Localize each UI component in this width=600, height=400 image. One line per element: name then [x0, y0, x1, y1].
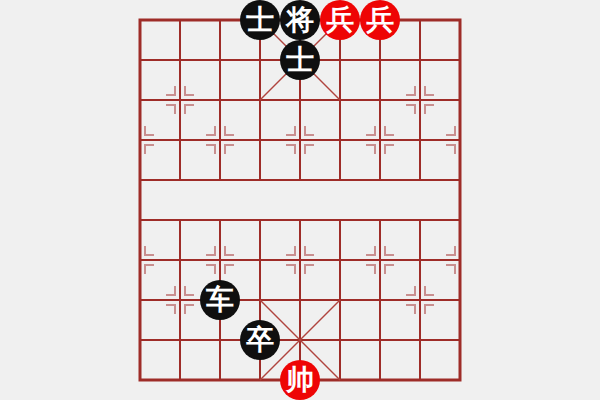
piece-black-chariot[interactable]: 车	[200, 280, 240, 320]
pieces-layer: 士将兵兵士车卒帅	[120, 0, 480, 400]
xiangqi-board: 士将兵兵士车卒帅	[0, 0, 600, 400]
piece-black-general[interactable]: 将	[280, 0, 320, 40]
piece-red-general[interactable]: 帅	[280, 360, 320, 400]
piece-red-soldier[interactable]: 兵	[360, 0, 400, 40]
piece-black-advisor[interactable]: 士	[240, 0, 280, 40]
piece-red-soldier[interactable]: 兵	[320, 0, 360, 40]
piece-black-soldier[interactable]: 卒	[240, 320, 280, 360]
piece-black-advisor[interactable]: 士	[280, 40, 320, 80]
